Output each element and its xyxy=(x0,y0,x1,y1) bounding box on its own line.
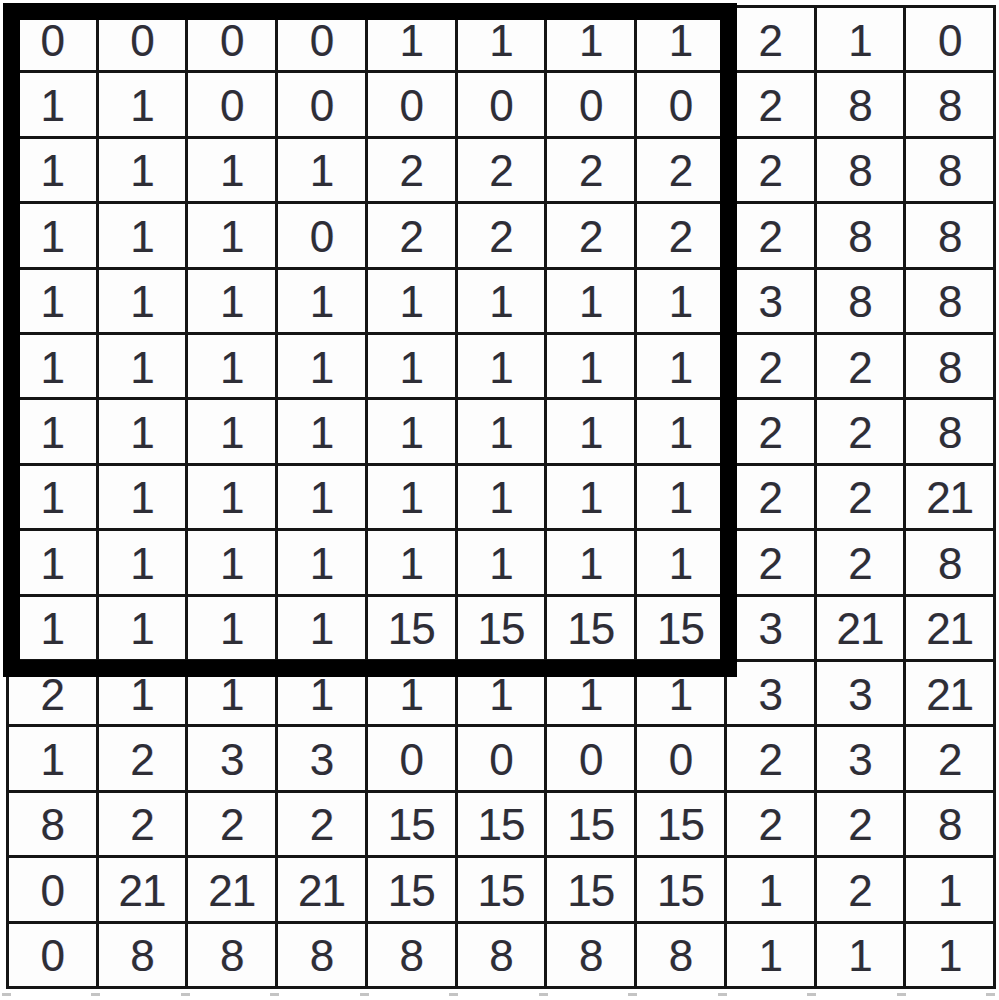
cell-r8c4: 1 xyxy=(278,466,365,528)
cell-r8c9: 2 xyxy=(727,466,814,528)
cell-r5c8: 1 xyxy=(637,270,724,332)
cell-r10c2: 1 xyxy=(99,597,186,659)
cell-r1c6: 1 xyxy=(458,8,545,70)
cell-r4c11: 8 xyxy=(906,204,993,266)
cell-r6c2: 1 xyxy=(99,335,186,397)
cell-r3c2: 1 xyxy=(99,139,186,201)
cell-r1c10: 1 xyxy=(817,8,904,70)
cell-r2c5: 0 xyxy=(368,73,455,135)
cell-r10c10: 21 xyxy=(817,597,904,659)
cell-r13c2: 2 xyxy=(99,793,186,855)
cell-r4c9: 2 xyxy=(727,204,814,266)
cell-r7c9: 2 xyxy=(727,400,814,462)
cell-r15c11: 1 xyxy=(906,924,993,986)
cell-r6c3: 1 xyxy=(188,335,275,397)
cell-r14c9: 1 xyxy=(727,858,814,920)
cell-r2c8: 0 xyxy=(637,73,724,135)
cell-r5c4: 1 xyxy=(278,270,365,332)
cell-r7c2: 1 xyxy=(99,400,186,462)
cell-r14c4: 21 xyxy=(278,858,365,920)
cell-r12c8: 0 xyxy=(637,727,724,789)
cell-r5c7: 1 xyxy=(547,270,634,332)
cell-r7c5: 1 xyxy=(368,400,455,462)
cell-r15c4: 8 xyxy=(278,924,365,986)
cell-r10c11: 21 xyxy=(906,597,993,659)
cell-r15c9: 1 xyxy=(727,924,814,986)
cell-r12c5: 0 xyxy=(368,727,455,789)
cell-r7c8: 1 xyxy=(637,400,724,462)
cell-r11c2: 1 xyxy=(99,662,186,724)
cell-r8c3: 1 xyxy=(188,466,275,528)
cell-r3c3: 1 xyxy=(188,139,275,201)
cell-r10c8: 15 xyxy=(637,597,724,659)
tick-mark xyxy=(628,993,637,996)
cell-r3c9: 2 xyxy=(727,139,814,201)
cell-r9c7: 1 xyxy=(547,531,634,593)
cell-r1c2: 0 xyxy=(99,8,186,70)
cell-r2c7: 0 xyxy=(547,73,634,135)
tick-mark xyxy=(718,993,727,996)
cell-r13c8: 15 xyxy=(637,793,724,855)
cell-r9c11: 8 xyxy=(906,531,993,593)
cell-r13c9: 2 xyxy=(727,793,814,855)
cell-r11c4: 1 xyxy=(278,662,365,724)
cell-r6c1: 1 xyxy=(9,335,96,397)
cell-r13c4: 2 xyxy=(278,793,365,855)
cell-r6c4: 1 xyxy=(278,335,365,397)
cell-r5c10: 8 xyxy=(817,270,904,332)
cell-r7c6: 1 xyxy=(458,400,545,462)
cell-r8c10: 2 xyxy=(817,466,904,528)
cell-r8c8: 1 xyxy=(637,466,724,528)
cell-r2c4: 0 xyxy=(278,73,365,135)
cell-r11c7: 1 xyxy=(547,662,634,724)
cell-r10c1: 1 xyxy=(9,597,96,659)
cell-r9c6: 1 xyxy=(458,531,545,593)
cell-r7c10: 2 xyxy=(817,400,904,462)
cell-r3c10: 8 xyxy=(817,139,904,201)
tick-mark xyxy=(91,993,100,996)
cell-r2c10: 8 xyxy=(817,73,904,135)
cell-r9c5: 1 xyxy=(368,531,455,593)
cell-r2c1: 1 xyxy=(9,73,96,135)
cell-r5c5: 1 xyxy=(368,270,455,332)
cell-r3c6: 2 xyxy=(458,139,545,201)
cell-r10c7: 15 xyxy=(547,597,634,659)
cell-r10c9: 3 xyxy=(727,597,814,659)
cell-r13c10: 2 xyxy=(817,793,904,855)
cell-r15c5: 8 xyxy=(368,924,455,986)
cell-r9c8: 1 xyxy=(637,531,724,593)
cell-r8c6: 1 xyxy=(458,466,545,528)
cell-r5c6: 1 xyxy=(458,270,545,332)
cell-r8c11: 21 xyxy=(906,466,993,528)
cell-r15c8: 8 xyxy=(637,924,724,986)
tick-mark xyxy=(270,993,279,996)
cell-r4c2: 1 xyxy=(99,204,186,266)
cell-r5c1: 1 xyxy=(9,270,96,332)
cell-r9c10: 2 xyxy=(817,531,904,593)
cell-r2c11: 8 xyxy=(906,73,993,135)
cell-r3c7: 2 xyxy=(547,139,634,201)
cell-r15c3: 8 xyxy=(188,924,275,986)
matrix-diagram: 0000111121011000000288111122222881110222… xyxy=(0,0,999,1000)
cell-r12c6: 0 xyxy=(458,727,545,789)
cell-r8c2: 1 xyxy=(99,466,186,528)
cell-r13c6: 15 xyxy=(458,793,545,855)
cell-r9c9: 2 xyxy=(727,531,814,593)
cell-r4c10: 8 xyxy=(817,204,904,266)
number-grid: 0000111121011000000288111122222881110222… xyxy=(6,5,996,989)
cell-r3c4: 1 xyxy=(278,139,365,201)
cell-r11c11: 21 xyxy=(906,662,993,724)
cell-r15c1: 0 xyxy=(9,924,96,986)
cell-r2c9: 2 xyxy=(727,73,814,135)
cell-r5c3: 1 xyxy=(188,270,275,332)
cell-r11c9: 3 xyxy=(727,662,814,724)
cell-r11c3: 1 xyxy=(188,662,275,724)
cell-r1c4: 0 xyxy=(278,8,365,70)
tick-mark xyxy=(2,993,11,996)
cell-r3c11: 8 xyxy=(906,139,993,201)
cell-r11c5: 1 xyxy=(368,662,455,724)
cell-r14c6: 15 xyxy=(458,858,545,920)
cell-r10c3: 1 xyxy=(188,597,275,659)
cell-r6c8: 1 xyxy=(637,335,724,397)
cell-r2c3: 0 xyxy=(188,73,275,135)
cell-r15c10: 1 xyxy=(817,924,904,986)
cell-r8c1: 1 xyxy=(9,466,96,528)
cell-r3c5: 2 xyxy=(368,139,455,201)
cell-r13c3: 2 xyxy=(188,793,275,855)
cell-r4c8: 2 xyxy=(637,204,724,266)
cell-r14c1: 0 xyxy=(9,858,96,920)
tick-mark xyxy=(807,993,816,996)
cell-r14c2: 21 xyxy=(99,858,186,920)
cell-r13c5: 15 xyxy=(368,793,455,855)
cell-r1c8: 1 xyxy=(637,8,724,70)
cell-r2c2: 1 xyxy=(99,73,186,135)
cell-r12c7: 0 xyxy=(547,727,634,789)
cell-r9c2: 1 xyxy=(99,531,186,593)
cell-r14c7: 15 xyxy=(547,858,634,920)
cell-r12c10: 3 xyxy=(817,727,904,789)
cell-r14c10: 2 xyxy=(817,858,904,920)
cell-r3c8: 2 xyxy=(637,139,724,201)
cell-r4c7: 2 xyxy=(547,204,634,266)
cell-r9c4: 1 xyxy=(278,531,365,593)
cell-r6c6: 1 xyxy=(458,335,545,397)
cell-r11c1: 2 xyxy=(9,662,96,724)
cell-r10c6: 15 xyxy=(458,597,545,659)
cell-r3c1: 1 xyxy=(9,139,96,201)
cell-r11c6: 1 xyxy=(458,662,545,724)
cell-r12c3: 3 xyxy=(188,727,275,789)
cell-r6c5: 1 xyxy=(368,335,455,397)
tick-mark xyxy=(897,993,906,996)
cell-r14c3: 21 xyxy=(188,858,275,920)
tick-mark xyxy=(539,993,548,996)
cell-r11c8: 1 xyxy=(637,662,724,724)
cell-r7c3: 1 xyxy=(188,400,275,462)
cell-r4c4: 0 xyxy=(278,204,365,266)
cell-r13c7: 15 xyxy=(547,793,634,855)
cell-r14c5: 15 xyxy=(368,858,455,920)
cell-r1c5: 1 xyxy=(368,8,455,70)
cell-r5c2: 1 xyxy=(99,270,186,332)
cell-r7c11: 8 xyxy=(906,400,993,462)
cell-r10c4: 1 xyxy=(278,597,365,659)
cell-r4c5: 2 xyxy=(368,204,455,266)
cell-r15c2: 8 xyxy=(99,924,186,986)
cell-r9c3: 1 xyxy=(188,531,275,593)
cell-r8c5: 1 xyxy=(368,466,455,528)
cell-r4c3: 1 xyxy=(188,204,275,266)
cell-r9c1: 1 xyxy=(9,531,96,593)
cell-r12c9: 2 xyxy=(727,727,814,789)
cell-r13c11: 8 xyxy=(906,793,993,855)
cell-r6c9: 2 xyxy=(727,335,814,397)
cell-r15c6: 8 xyxy=(458,924,545,986)
cell-r1c7: 1 xyxy=(547,8,634,70)
cell-r4c6: 2 xyxy=(458,204,545,266)
cell-r14c8: 15 xyxy=(637,858,724,920)
tick-mark xyxy=(360,993,369,996)
tick-mark xyxy=(986,993,995,996)
cell-r5c9: 3 xyxy=(727,270,814,332)
tick-mark xyxy=(181,993,190,996)
cell-r5c11: 8 xyxy=(906,270,993,332)
cell-r7c7: 1 xyxy=(547,400,634,462)
cell-r10c5: 15 xyxy=(368,597,455,659)
cell-r1c1: 0 xyxy=(9,8,96,70)
cell-r12c11: 2 xyxy=(906,727,993,789)
cell-r6c11: 8 xyxy=(906,335,993,397)
cell-r12c4: 3 xyxy=(278,727,365,789)
cell-r14c11: 1 xyxy=(906,858,993,920)
cell-r7c1: 1 xyxy=(9,400,96,462)
cell-r15c7: 8 xyxy=(547,924,634,986)
tick-mark xyxy=(449,993,458,996)
cell-r6c10: 2 xyxy=(817,335,904,397)
cell-r4c1: 1 xyxy=(9,204,96,266)
cell-r11c10: 3 xyxy=(817,662,904,724)
cell-r6c7: 1 xyxy=(547,335,634,397)
cell-r2c6: 0 xyxy=(458,73,545,135)
cell-r12c2: 2 xyxy=(99,727,186,789)
cell-r1c11: 0 xyxy=(906,8,993,70)
cell-r12c1: 1 xyxy=(9,727,96,789)
cell-r8c7: 1 xyxy=(547,466,634,528)
cell-r1c9: 2 xyxy=(727,8,814,70)
cell-r7c4: 1 xyxy=(278,400,365,462)
cell-r13c1: 8 xyxy=(9,793,96,855)
cell-r1c3: 0 xyxy=(188,8,275,70)
